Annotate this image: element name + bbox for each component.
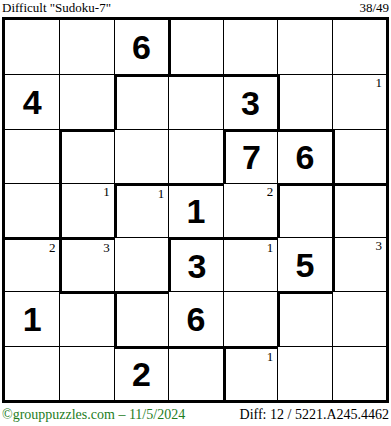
cell-r1c7[interactable] (332, 20, 386, 74)
cell-r2c2[interactable] (59, 74, 113, 128)
given-digit: 6 (132, 30, 151, 64)
pencil-mark: 1 (267, 241, 274, 254)
given-digit: 6 (187, 302, 206, 336)
pencil-mark: 1 (158, 187, 165, 200)
given-digit: 7 (242, 140, 261, 174)
cell-r6c4[interactable]: 6 (168, 291, 222, 345)
cell-r6c2[interactable] (59, 291, 113, 345)
cell-r4c5[interactable]: 2 (223, 183, 277, 237)
given-digit: 3 (241, 86, 260, 120)
cell-r1c2[interactable] (59, 20, 113, 74)
pencil-mark: 2 (267, 185, 274, 198)
cell-r2c1[interactable]: 4 (5, 74, 59, 128)
pencil-mark: 3 (103, 241, 110, 254)
puzzle-title: Difficult "Sudoku-7" (2, 0, 111, 16)
copyright-text: ©grouppuzzles.com – 11/5/2024 (2, 406, 185, 424)
cell-r5c3[interactable] (114, 237, 168, 291)
cell-r2c3[interactable] (114, 74, 168, 128)
cell-r5c6[interactable]: 5 (277, 237, 331, 291)
cell-r6c6[interactable] (277, 291, 331, 345)
cell-r5c7[interactable]: 3 (332, 237, 386, 291)
footer: ©grouppuzzles.com – 11/5/2024 Diff: 12 /… (0, 406, 391, 426)
cell-r4c4[interactable]: 1 (168, 183, 222, 237)
difficulty-text: Diff: 12 / 5221.A245.4462 (240, 406, 389, 424)
cell-r6c5[interactable] (223, 291, 277, 345)
sudoku-board: 64317611122331531621 (2, 17, 389, 403)
cell-r7c2[interactable] (59, 346, 113, 400)
cell-r4c7[interactable] (332, 183, 386, 237)
cell-r3c2[interactable] (59, 129, 113, 183)
cell-r5c4[interactable]: 3 (168, 237, 222, 291)
given-digit: 4 (23, 85, 42, 119)
cell-r3c5[interactable]: 7 (223, 129, 277, 183)
cell-r7c4[interactable] (168, 346, 222, 400)
pencil-mark: 3 (375, 239, 382, 252)
cell-r3c7[interactable] (332, 129, 386, 183)
given-digit: 3 (188, 249, 207, 283)
cell-r4c6[interactable] (277, 183, 331, 237)
cell-r5c2[interactable]: 3 (59, 237, 113, 291)
cell-r4c3[interactable]: 1 (114, 183, 168, 237)
cell-r7c3[interactable]: 2 (114, 346, 168, 400)
cell-r3c4[interactable] (168, 129, 222, 183)
cell-r2c5[interactable]: 3 (223, 74, 277, 128)
cell-r3c6[interactable]: 6 (277, 129, 331, 183)
cell-r3c3[interactable] (114, 129, 168, 183)
pencil-mark: 1 (103, 185, 110, 198)
given-digit: 6 (295, 140, 314, 174)
empty-cell-counter: 38/49 (359, 0, 389, 16)
given-digit: 1 (187, 194, 206, 228)
cell-r1c4[interactable] (168, 20, 222, 74)
cell-r6c7[interactable] (332, 291, 386, 345)
cell-r6c1[interactable]: 1 (5, 291, 59, 345)
cell-r5c5[interactable]: 1 (223, 237, 277, 291)
cell-r7c5[interactable]: 1 (223, 346, 277, 400)
given-digit: 1 (23, 302, 42, 336)
cell-r1c1[interactable] (5, 20, 59, 74)
cell-r7c6[interactable] (277, 346, 331, 400)
cell-r4c2[interactable]: 1 (59, 183, 113, 237)
cell-r2c4[interactable] (168, 74, 222, 128)
pencil-mark: 2 (49, 241, 56, 254)
cell-r4c1[interactable] (5, 183, 59, 237)
cell-r1c6[interactable] (277, 20, 331, 74)
cell-r5c1[interactable]: 2 (5, 237, 59, 291)
cell-r3c1[interactable] (5, 129, 59, 183)
cell-r1c5[interactable] (223, 20, 277, 74)
cell-r6c3[interactable] (114, 291, 168, 345)
cell-r2c7[interactable]: 1 (332, 74, 386, 128)
pencil-mark: 1 (267, 350, 274, 363)
header: Difficult "Sudoku-7" 38/49 (0, 0, 391, 17)
cell-r7c7[interactable] (332, 346, 386, 400)
given-digit: 2 (132, 357, 151, 391)
cell-r2c6[interactable] (277, 74, 331, 128)
pencil-mark: 1 (375, 76, 382, 89)
cell-r1c3[interactable]: 6 (114, 20, 168, 74)
given-digit: 5 (295, 248, 314, 282)
cell-r7c1[interactable] (5, 346, 59, 400)
